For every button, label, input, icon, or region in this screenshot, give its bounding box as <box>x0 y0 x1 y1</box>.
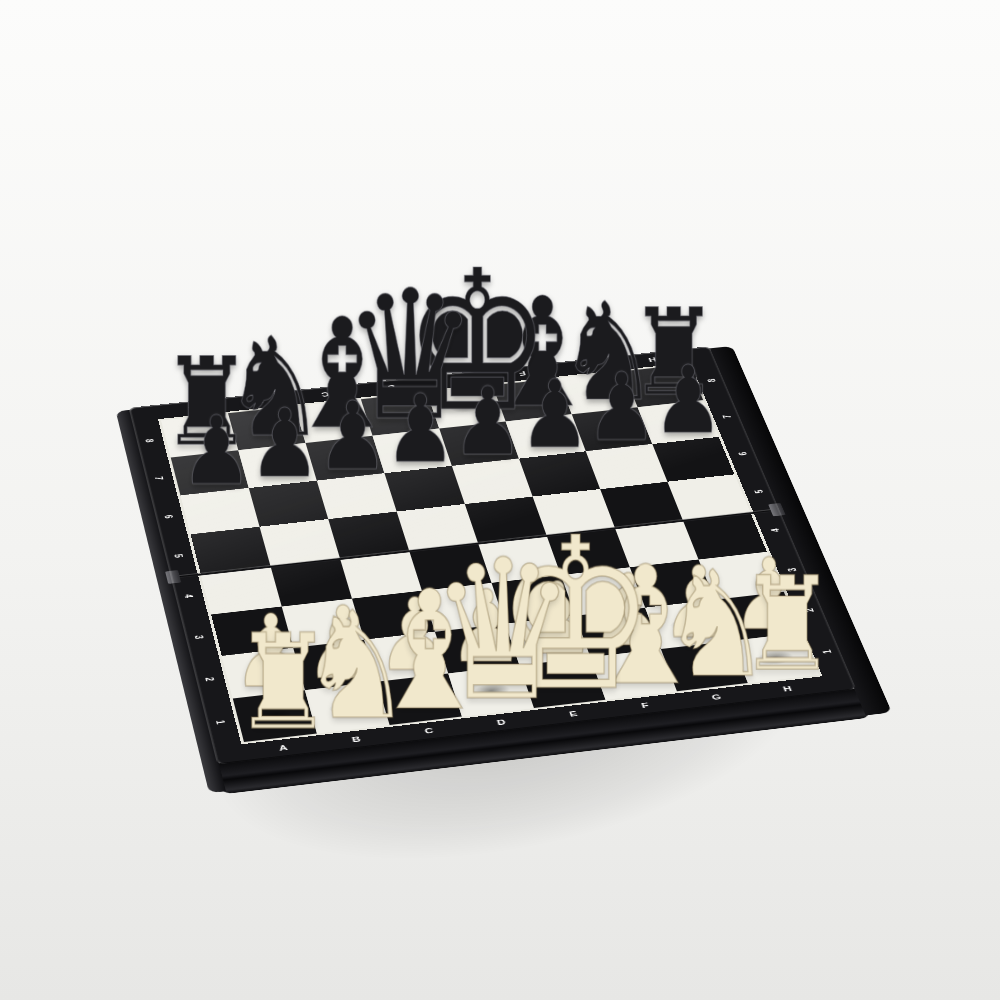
board-grid: ♜♞♝♛♚♝♞♜♟♟♟♟♟♟♟♟♟♟♟♟♟♟♟♟♜♞♝♛♚♝♞♜ <box>161 364 818 742</box>
piece-black-pawn[interactable]: ♟ <box>317 389 389 483</box>
piece-black-pawn[interactable]: ♟ <box>653 354 724 447</box>
square-a5[interactable] <box>191 527 271 574</box>
board-surface: ♜♞♝♛♚♝♞♜♟♟♟♟♟♟♟♟♟♟♟♟♟♟♟♟♜♞♝♛♚♝♞♜ <box>158 362 822 744</box>
square-a7[interactable]: ♟ <box>171 450 249 495</box>
piece-white-rook[interactable]: ♜ <box>233 617 333 748</box>
piece-black-pawn[interactable]: ♟ <box>586 361 657 455</box>
piece-black-pawn[interactable]: ♟ <box>452 375 524 469</box>
square-a1[interactable]: ♜ <box>233 690 317 742</box>
chess-board: ♜♞♝♛♚♝♞♜♟♟♟♟♟♟♟♟♟♟♟♟♟♟♟♟♜♞♝♛♚♝♞♜ ABCDEFG… <box>129 346 857 764</box>
piece-black-pawn[interactable]: ♟ <box>249 397 321 492</box>
square-c5[interactable] <box>328 512 409 559</box>
piece-black-pawn[interactable]: ♟ <box>180 404 252 499</box>
photo-backdrop: ♜♞♝♛♚♝♞♜♟♟♟♟♟♟♟♟♟♟♟♟♟♟♟♟♜♞♝♛♚♝♞♜ ABCDEFG… <box>0 0 1000 1000</box>
piece-black-pawn[interactable]: ♟ <box>385 382 457 476</box>
piece-black-pawn[interactable]: ♟ <box>519 368 590 462</box>
